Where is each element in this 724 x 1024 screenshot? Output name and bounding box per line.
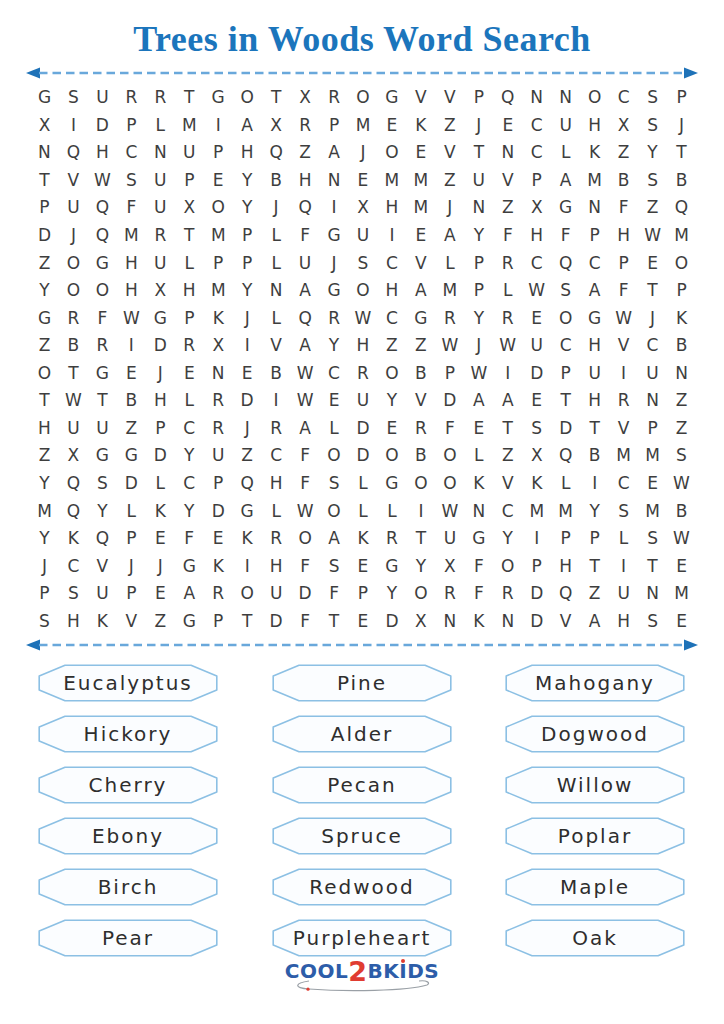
grid-cell: L: [464, 442, 493, 470]
grid-cell: R: [291, 112, 320, 140]
grid-cell: E: [349, 167, 378, 195]
grid-cell: J: [435, 194, 464, 222]
grid-cell: K: [233, 525, 262, 553]
grid-cell: M: [551, 497, 580, 525]
grid-cell: S: [117, 167, 146, 195]
grid-cell: M: [204, 222, 233, 250]
grid-cell: R: [609, 387, 638, 415]
grid-cell: V: [406, 84, 435, 112]
grid-cell: I: [609, 359, 638, 387]
grid-cell: F: [88, 304, 117, 332]
grid-cell: O: [320, 442, 349, 470]
grid-cell: Y: [30, 277, 59, 305]
grid-cell: H: [117, 277, 146, 305]
grid-cell: U: [204, 442, 233, 470]
grid-cell: Q: [59, 139, 88, 167]
grid-cell: H: [59, 607, 88, 635]
grid-cell: O: [667, 249, 696, 277]
grid-cell: G: [551, 194, 580, 222]
grid-cell: N: [30, 139, 59, 167]
grid-cell: A: [175, 580, 204, 608]
grid-cell: J: [262, 194, 291, 222]
grid-cell: P: [204, 139, 233, 167]
grid-cell: F: [464, 552, 493, 580]
grid-cell: C: [320, 359, 349, 387]
grid-cell: R: [262, 415, 291, 443]
grid-cell: P: [464, 84, 493, 112]
grid-cell: F: [551, 222, 580, 250]
grid-cell: A: [291, 277, 320, 305]
grid-cell: P: [464, 249, 493, 277]
grid-cell: B: [580, 442, 609, 470]
grid-cell: E: [233, 359, 262, 387]
grid-cell: L: [320, 415, 349, 443]
word-badge: Eucalyptus: [38, 664, 218, 702]
grid-cell: X: [522, 442, 551, 470]
grid-cell: B: [406, 442, 435, 470]
grid-cell: Q: [88, 194, 117, 222]
word-label: Pine: [272, 664, 452, 702]
grid-cell: Z: [435, 112, 464, 140]
grid-cell: P: [233, 222, 262, 250]
grid-cell: F: [493, 222, 522, 250]
grid-cell: C: [59, 552, 88, 580]
grid-cell: S: [59, 84, 88, 112]
grid-cell: E: [493, 112, 522, 140]
grid-cell: X: [59, 442, 88, 470]
grid-cell: F: [464, 580, 493, 608]
grid-cell: E: [638, 470, 667, 498]
grid-cell: P: [117, 112, 146, 140]
grid-cell: L: [349, 497, 378, 525]
grid-cell: C: [262, 442, 291, 470]
grid-cell: Y: [377, 387, 406, 415]
grid-cell: N: [435, 607, 464, 635]
grid-cell: D: [349, 442, 378, 470]
grid-cell: C: [609, 84, 638, 112]
grid-cell: P: [551, 525, 580, 553]
grid-cell: M: [377, 167, 406, 195]
grid-cell: E: [522, 304, 551, 332]
grid-cell: L: [175, 387, 204, 415]
grid-cell: U: [88, 580, 117, 608]
grid-cell: V: [117, 607, 146, 635]
grid-cell: P: [464, 277, 493, 305]
grid-cell: E: [204, 167, 233, 195]
grid-cell: P: [30, 194, 59, 222]
grid-cell: F: [435, 415, 464, 443]
grid-cell: N: [638, 580, 667, 608]
grid-cell: U: [349, 387, 378, 415]
grid-cell: H: [377, 194, 406, 222]
grid-cell: W: [291, 497, 320, 525]
grid-cell: Q: [59, 470, 88, 498]
grid-cell: Y: [580, 497, 609, 525]
grid-cell: A: [406, 277, 435, 305]
grid-cell: Y: [30, 525, 59, 553]
grid-cell: L: [262, 222, 291, 250]
grid-cell: L: [146, 470, 175, 498]
grid-cell: E: [146, 525, 175, 553]
grid-cell: T: [262, 84, 291, 112]
grid-cell: Z: [493, 194, 522, 222]
grid-cell: B: [59, 332, 88, 360]
grid-cell: S: [59, 580, 88, 608]
grid-cell: X: [349, 194, 378, 222]
grid-cell: Q: [59, 497, 88, 525]
grid-cell: R: [349, 359, 378, 387]
grid-cell: W: [435, 497, 464, 525]
grid-cell: O: [377, 359, 406, 387]
grid-cell: W: [117, 304, 146, 332]
grid-cell: R: [146, 84, 175, 112]
grid-cell: C: [175, 470, 204, 498]
grid-cell: P: [175, 167, 204, 195]
grid-cell: K: [580, 139, 609, 167]
grid-cell: V: [59, 167, 88, 195]
grid-cell: C: [117, 139, 146, 167]
grid-cell: J: [464, 112, 493, 140]
grid-cell: O: [580, 84, 609, 112]
grid-cell: I: [262, 387, 291, 415]
grid-cell: R: [175, 332, 204, 360]
grid-cell: X: [406, 607, 435, 635]
grid-cell: M: [609, 442, 638, 470]
grid-cell: H: [349, 332, 378, 360]
word-label: Spruce: [272, 817, 452, 855]
word-badge: Hickory: [38, 715, 218, 753]
grid-cell: R: [204, 387, 233, 415]
grid-cell: Q: [88, 525, 117, 553]
grid-cell: F: [175, 525, 204, 553]
grid-cell: M: [667, 222, 696, 250]
grid-cell: K: [146, 497, 175, 525]
grid-cell: R: [117, 84, 146, 112]
grid-cell: P: [522, 552, 551, 580]
grid-cell: R: [59, 304, 88, 332]
grid-cell: J: [349, 139, 378, 167]
grid-cell: L: [551, 470, 580, 498]
grid-cell: O: [377, 139, 406, 167]
grid-cell: J: [667, 112, 696, 140]
grid-cell: T: [406, 525, 435, 553]
grid-cell: P: [580, 525, 609, 553]
grid-cell: E: [117, 359, 146, 387]
grid-cell: U: [146, 194, 175, 222]
grid-cell: U: [291, 249, 320, 277]
grid-cell: H: [262, 470, 291, 498]
grid-cell: U: [146, 249, 175, 277]
grid-cell: P: [435, 359, 464, 387]
grid-cell: E: [349, 552, 378, 580]
bottom-dashed-arrow: [26, 638, 698, 652]
grid-cell: O: [30, 359, 59, 387]
grid-cell: D: [551, 415, 580, 443]
grid-cell: G: [88, 442, 117, 470]
grid-cell: P: [522, 167, 551, 195]
grid-cell: D: [204, 497, 233, 525]
grid-cell: T: [320, 607, 349, 635]
grid-cell: C: [580, 249, 609, 277]
grid-cell: V: [609, 332, 638, 360]
grid-cell: O: [349, 84, 378, 112]
grid-cell: C: [377, 304, 406, 332]
grid-cell: U: [146, 167, 175, 195]
grid-cell: Z: [146, 607, 175, 635]
word-search-grid: GSURRTGOTXROGVVPQNNOCSPXIDPLMIAXRPMEKZJE…: [30, 84, 696, 635]
grid-cell: Y: [493, 525, 522, 553]
grid-cell: P: [580, 222, 609, 250]
grid-cell: O: [377, 442, 406, 470]
grid-cell: R: [146, 222, 175, 250]
grid-cell: Q: [551, 249, 580, 277]
grid-cell: U: [88, 84, 117, 112]
grid-cell: X: [609, 112, 638, 140]
grid-cell: E: [377, 415, 406, 443]
grid-cell: D: [522, 359, 551, 387]
word-badge: Ebony: [38, 817, 218, 855]
grid-cell: Y: [233, 277, 262, 305]
grid-cell: G: [377, 470, 406, 498]
grid-cell: U: [262, 580, 291, 608]
grid-cell: I: [320, 194, 349, 222]
grid-cell: S: [30, 607, 59, 635]
grid-cell: F: [291, 607, 320, 635]
grid-cell: J: [233, 304, 262, 332]
grid-cell: Q: [667, 194, 696, 222]
word-label: Birch: [38, 868, 218, 906]
grid-cell: Z: [406, 332, 435, 360]
word-badge: Pear: [38, 919, 218, 957]
word-label: Pecan: [272, 766, 452, 804]
grid-cell: I: [609, 552, 638, 580]
grid-cell: E: [146, 580, 175, 608]
grid-cell: R: [320, 84, 349, 112]
grid-cell: A: [320, 525, 349, 553]
grid-cell: A: [320, 139, 349, 167]
grid-cell: Q: [291, 304, 320, 332]
grid-cell: R: [204, 415, 233, 443]
grid-cell: Z: [30, 442, 59, 470]
grid-cell: Z: [667, 387, 696, 415]
grid-cell: H: [88, 139, 117, 167]
grid-cell: E: [667, 552, 696, 580]
grid-cell: O: [551, 304, 580, 332]
grid-cell: A: [551, 167, 580, 195]
grid-cell: R: [320, 304, 349, 332]
grid-cell: O: [493, 552, 522, 580]
grid-cell: O: [59, 249, 88, 277]
grid-cell: N: [580, 194, 609, 222]
grid-cell: L: [551, 139, 580, 167]
grid-cell: T: [638, 552, 667, 580]
grid-cell: R: [435, 580, 464, 608]
grid-cell: D: [349, 415, 378, 443]
grid-cell: Y: [88, 497, 117, 525]
grid-cell: P: [117, 580, 146, 608]
grid-cell: G: [175, 607, 204, 635]
grid-cell: C: [493, 497, 522, 525]
grid-cell: P: [320, 112, 349, 140]
grid-cell: E: [638, 249, 667, 277]
word-badge: Oak: [505, 919, 685, 957]
grid-cell: K: [406, 112, 435, 140]
grid-cell: F: [291, 222, 320, 250]
grid-cell: N: [522, 84, 551, 112]
grid-cell: U: [609, 580, 638, 608]
grid-cell: P: [667, 84, 696, 112]
grid-cell: B: [609, 167, 638, 195]
grid-cell: R: [204, 580, 233, 608]
grid-cell: L: [435, 249, 464, 277]
grid-cell: V: [609, 415, 638, 443]
grid-cell: H: [580, 387, 609, 415]
word-search-worksheet: Trees in Woods Word Search GSURRTGOTXROG…: [0, 0, 724, 1024]
grid-cell: S: [638, 167, 667, 195]
grid-cell: V: [493, 167, 522, 195]
grid-cell: U: [638, 359, 667, 387]
grid-cell: P: [204, 607, 233, 635]
grid-cell: M: [349, 112, 378, 140]
grid-cell: M: [406, 167, 435, 195]
word-badge: Alder: [272, 715, 452, 753]
grid-cell: E: [667, 607, 696, 635]
grid-cell: N: [667, 359, 696, 387]
grid-cell: X: [30, 112, 59, 140]
grid-cell: T: [175, 84, 204, 112]
grid-cell: O: [291, 525, 320, 553]
grid-cell: F: [609, 277, 638, 305]
grid-cell: T: [638, 277, 667, 305]
grid-cell: T: [30, 387, 59, 415]
left-arrowhead-icon: [26, 640, 40, 651]
grid-cell: I: [406, 497, 435, 525]
grid-cell: W: [493, 332, 522, 360]
grid-cell: P: [551, 359, 580, 387]
grid-cell: Z: [30, 332, 59, 360]
grid-cell: G: [175, 552, 204, 580]
grid-cell: Z: [30, 249, 59, 277]
grid-cell: Y: [377, 580, 406, 608]
grid-cell: G: [464, 525, 493, 553]
grid-cell: K: [464, 607, 493, 635]
word-label: Poplar: [505, 817, 685, 855]
word-list-column-3: MahoganyDogwoodWillowPoplarMapleOak: [505, 664, 685, 957]
grid-cell: T: [580, 552, 609, 580]
grid-cell: I: [493, 359, 522, 387]
grid-cell: Q: [551, 580, 580, 608]
grid-cell: G: [88, 249, 117, 277]
grid-cell: X: [146, 277, 175, 305]
grid-cell: C: [377, 249, 406, 277]
grid-cell: B: [667, 167, 696, 195]
grid-cell: T: [30, 167, 59, 195]
grid-cell: R: [262, 525, 291, 553]
grid-cell: B: [406, 359, 435, 387]
grid-cell: G: [406, 304, 435, 332]
grid-cell: T: [493, 415, 522, 443]
grid-cell: Q: [291, 194, 320, 222]
grid-cell: H: [233, 139, 262, 167]
word-label: Oak: [505, 919, 685, 957]
grid-cell: F: [291, 552, 320, 580]
grid-cell: E: [406, 139, 435, 167]
grid-cell: S: [320, 552, 349, 580]
grid-cell: N: [551, 84, 580, 112]
grid-cell: W: [667, 470, 696, 498]
grid-cell: D: [522, 580, 551, 608]
grid-cell: K: [667, 304, 696, 332]
grid-cell: S: [638, 84, 667, 112]
grid-cell: P: [204, 249, 233, 277]
grid-cell: O: [435, 470, 464, 498]
grid-cell: R: [88, 332, 117, 360]
grid-cell: M: [204, 277, 233, 305]
grid-cell: D: [262, 607, 291, 635]
grid-cell: L: [493, 277, 522, 305]
grid-cell: S: [638, 525, 667, 553]
grid-cell: A: [233, 112, 262, 140]
grid-cell: U: [175, 139, 204, 167]
grid-cell: M: [638, 442, 667, 470]
grid-cell: V: [262, 332, 291, 360]
word-label: Hickory: [38, 715, 218, 753]
grid-cell: G: [580, 304, 609, 332]
grid-cell: P: [117, 525, 146, 553]
grid-cell: A: [493, 387, 522, 415]
grid-cell: G: [377, 84, 406, 112]
grid-cell: N: [146, 139, 175, 167]
grid-cell: A: [580, 607, 609, 635]
grid-cell: U: [551, 112, 580, 140]
grid-cell: U: [59, 194, 88, 222]
grid-cell: I: [580, 470, 609, 498]
word-label: Willow: [505, 766, 685, 804]
grid-cell: W: [609, 304, 638, 332]
grid-cell: N: [638, 387, 667, 415]
grid-cell: E: [175, 359, 204, 387]
word-badge: Willow: [505, 766, 685, 804]
grid-cell: V: [406, 387, 435, 415]
logo-swoosh-icon: [287, 978, 437, 994]
left-arrowhead-icon: [26, 68, 40, 79]
grid-cell: V: [88, 552, 117, 580]
grid-cell: G: [30, 84, 59, 112]
grid-cell: U: [522, 332, 551, 360]
grid-cell: Y: [406, 552, 435, 580]
grid-cell: E: [464, 415, 493, 443]
grid-cell: H: [377, 277, 406, 305]
grid-cell: R: [435, 304, 464, 332]
grid-cell: X: [204, 332, 233, 360]
grid-cell: N: [493, 607, 522, 635]
grid-cell: M: [30, 497, 59, 525]
grid-cell: C: [522, 139, 551, 167]
word-badge: Birch: [38, 868, 218, 906]
grid-cell: K: [204, 552, 233, 580]
grid-cell: H: [522, 222, 551, 250]
grid-cell: U: [88, 415, 117, 443]
grid-cell: G: [204, 84, 233, 112]
grid-cell: K: [204, 304, 233, 332]
grid-cell: H: [609, 607, 638, 635]
grid-cell: S: [349, 249, 378, 277]
grid-cell: S: [638, 112, 667, 140]
grid-cell: K: [88, 607, 117, 635]
grid-cell: P: [609, 249, 638, 277]
grid-cell: I: [233, 332, 262, 360]
grid-cell: V: [493, 470, 522, 498]
